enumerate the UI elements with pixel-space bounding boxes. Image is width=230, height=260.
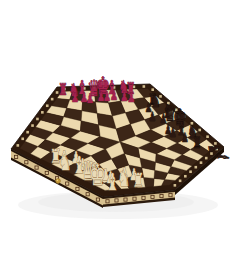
inlay-square — [36, 118, 39, 121]
piece-black-r[interactable]: ♜ — [193, 133, 202, 151]
inlay-square — [26, 131, 29, 134]
inlay-square — [198, 129, 201, 132]
piece-white-n[interactable]: ♞ — [58, 150, 71, 175]
svg-text:♟: ♟ — [148, 110, 156, 125]
piece-black-p[interactable]: ♟ — [148, 110, 156, 125]
inlay-square — [189, 170, 192, 173]
inlay-square — [31, 124, 34, 127]
piece-black-p[interactable]: ♟ — [169, 125, 177, 140]
inlay-square — [205, 157, 208, 160]
svg-text:♟: ♟ — [103, 88, 111, 104]
inlay-square — [17, 144, 20, 147]
svg-text:♞: ♞ — [58, 150, 71, 175]
inlay-square — [200, 161, 203, 164]
svg-text:♚: ♚ — [89, 158, 107, 192]
inlay-square — [46, 104, 49, 107]
piece-red-p[interactable]: ♟ — [86, 90, 94, 106]
piece-black-p[interactable]: ♟ — [181, 130, 189, 145]
svg-text:♜: ♜ — [193, 133, 202, 151]
inlay-square — [51, 98, 54, 101]
inlay-square — [41, 111, 44, 114]
svg-text:♟: ♟ — [169, 125, 177, 140]
piece-white-k[interactable]: ♚ — [89, 158, 107, 192]
piece-red-p[interactable]: ♟ — [103, 88, 111, 104]
svg-text:♜: ♜ — [133, 169, 144, 191]
inlay-square — [194, 166, 197, 169]
svg-text:♜: ♜ — [58, 80, 68, 99]
three-player-chess-board: ♞♚♜♝♝♜♞♛♟♟♟♟♟♟♟♟♜♞♟♝♛♟♟♚♟♝♟♞♟♜♟♝♟♟♜♟♞♝♟♟… — [0, 0, 230, 260]
piece-red-p[interactable]: ♟ — [71, 89, 79, 105]
piece-red-p[interactable]: ♟ — [110, 87, 118, 103]
piece-white-b[interactable]: ♝ — [106, 168, 120, 195]
inlay-square — [143, 85, 146, 88]
product-photo: ♞♚♜♝♝♜♞♛♟♟♟♟♟♟♟♟♜♞♟♝♛♟♟♚♟♝♟♞♟♜♟♝♟♟♜♟♞♝♟♟… — [0, 0, 230, 260]
inlay-square — [206, 135, 209, 138]
piece-white-r[interactable]: ♜ — [133, 169, 144, 191]
piece-black-b[interactable]: ♝ — [214, 151, 230, 163]
svg-text:♝: ♝ — [214, 151, 230, 163]
svg-text:♟: ♟ — [71, 89, 79, 105]
svg-text:♟: ♟ — [127, 89, 135, 105]
inlay-square — [174, 184, 177, 187]
inlay-square — [184, 175, 187, 178]
piece-red-r[interactable]: ♜ — [58, 80, 68, 99]
inlay-square — [21, 138, 24, 141]
svg-text:♟: ♟ — [110, 87, 118, 103]
svg-text:♝: ♝ — [106, 168, 120, 195]
piece-red-p[interactable]: ♟ — [127, 89, 135, 105]
brass-clasp[interactable] — [56, 179, 61, 184]
svg-text:♟: ♟ — [181, 130, 189, 145]
inlay-square — [179, 179, 182, 182]
svg-text:♟: ♟ — [86, 90, 94, 106]
